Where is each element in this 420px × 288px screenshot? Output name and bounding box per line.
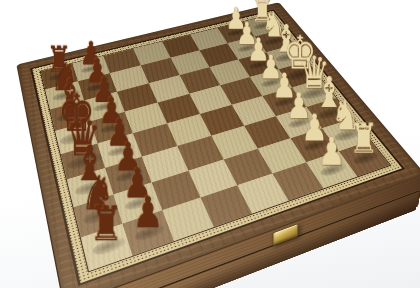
chess-case: ♜♟♟♜♞♟♟♞♝♟♟♝♚♟♟♚♛♟♟♛♝♟♟♝♞♟♟♞♜♟♟♜ xyxy=(17,3,420,288)
piece-black-pawn-a7[interactable]: ♟ xyxy=(126,193,169,232)
piece-white-pawn-a2[interactable]: ♟ xyxy=(312,134,351,170)
case-top-face: ♜♟♟♜♞♟♟♞♝♟♟♝♚♟♟♚♛♟♟♛♝♟♟♝♞♟♟♞♜♟♟♜ xyxy=(17,3,420,288)
piece-black-rook-a8[interactable]: ♜ xyxy=(84,203,128,247)
scene: ♜♟♟♜♞♟♟♞♝♟♟♝♚♟♟♚♛♟♟♛♝♟♟♝♞♟♟♞♜♟♟♜ xyxy=(0,0,420,288)
chess-set-photo: ♜♟♟♜♞♟♟♞♝♟♟♝♚♟♟♚♛♟♟♛♝♟♟♝♞♟♟♞♜♟♟♜ xyxy=(0,0,420,288)
